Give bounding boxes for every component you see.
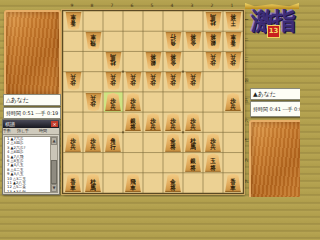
wood-grain <box>6 12 59 94</box>
kifu-row[interactable]: 13 ▲3八銀 <box>5 190 51 193</box>
app-logo: 激指 13 <box>245 3 299 33</box>
gote-time-value: 0:51 <box>23 110 34 116</box>
sente-move-time: 0:01 <box>294 106 300 112</box>
kifu-scrollbar[interactable]: ▲ ▼ <box>50 136 58 193</box>
file-label: 3 <box>182 3 202 8</box>
kifu-col-time: 時間 <box>39 128 47 134</box>
file-label: 4 <box>162 3 182 8</box>
board-file-labels: 987654321 <box>62 3 242 8</box>
kifu-header: 手数 指し手 時間 <box>3 128 59 135</box>
kifu-window: 棋譜 × 手数 指し手 時間 1 ▲7六歩2 △3四歩3 ▲2六歩?4 △8四歩… <box>2 119 60 195</box>
kifu-col-number: 手数 <box>3 128 17 134</box>
scroll-down-arrow-icon[interactable]: ▼ <box>51 184 57 192</box>
rank-label: 二 <box>244 30 249 50</box>
gote-player-label: △あなた <box>6 96 29 103</box>
rank-label: 九 <box>244 172 249 192</box>
scrollbar-thumb[interactable] <box>51 160 57 184</box>
sente-komadai <box>249 120 300 197</box>
scroll-up-arrow-icon[interactable]: ▲ <box>51 137 57 145</box>
file-label: 8 <box>82 3 102 8</box>
sente-time-label: 持時間 <box>253 106 268 112</box>
gote-move-time: 0:19 <box>47 110 58 116</box>
kifu-titlebar[interactable]: 棋譜 × <box>3 120 59 128</box>
file-label: 9 <box>62 3 82 8</box>
logo-wings-icon <box>245 3 299 9</box>
gote-komadai <box>4 10 61 96</box>
rank-label: 七 <box>244 131 249 151</box>
gote-move-label: 一手 <box>35 110 45 116</box>
sente-player-label: ▲あなた <box>253 90 276 97</box>
kifu-close-button[interactable]: × <box>51 121 58 127</box>
sente-time-box: 持時間 0:41 一手 0:01 <box>250 101 300 117</box>
rank-label: 八 <box>244 151 249 171</box>
file-label: 6 <box>122 3 142 8</box>
sente-player-box: ▲あなた <box>250 88 300 100</box>
shogi-board[interactable]: 香車桂馬王将飛車角行金将銀将香車桂馬銀将金将歩兵歩兵歩兵歩兵歩兵歩兵歩兵歩兵歩兵… <box>62 10 244 194</box>
file-label: 2 <box>202 3 222 8</box>
kifu-col-move: 指し手 <box>17 128 39 134</box>
gote-time-box: 持時間 0:51 一手 0:19 <box>3 107 61 119</box>
wood-grain <box>251 122 300 197</box>
kifu-move-list[interactable]: 1 ▲7六歩2 △3四歩3 ▲2六歩?4 △8四歩5 ▲7八飛6 △8五歩7 ▲… <box>4 136 52 193</box>
gote-player-box: △あなた <box>3 94 61 106</box>
rank-label: 六 <box>244 111 249 131</box>
gote-time-label: 持時間 <box>6 110 21 116</box>
board-rank-labels: 一二三四五六七八九 <box>244 10 249 192</box>
rank-label: 三 <box>244 50 249 70</box>
sente-move-label: 一手 <box>282 106 292 112</box>
file-label: 5 <box>142 3 162 8</box>
file-label: 1 <box>222 3 242 8</box>
rank-label: 四 <box>244 71 249 91</box>
logo-version-badge: 13 <box>267 25 280 38</box>
sente-time-value: 0:41 <box>270 106 281 112</box>
rank-label: 五 <box>244 91 249 111</box>
kifu-title: 棋譜 <box>5 121 15 127</box>
file-label: 7 <box>102 3 122 8</box>
